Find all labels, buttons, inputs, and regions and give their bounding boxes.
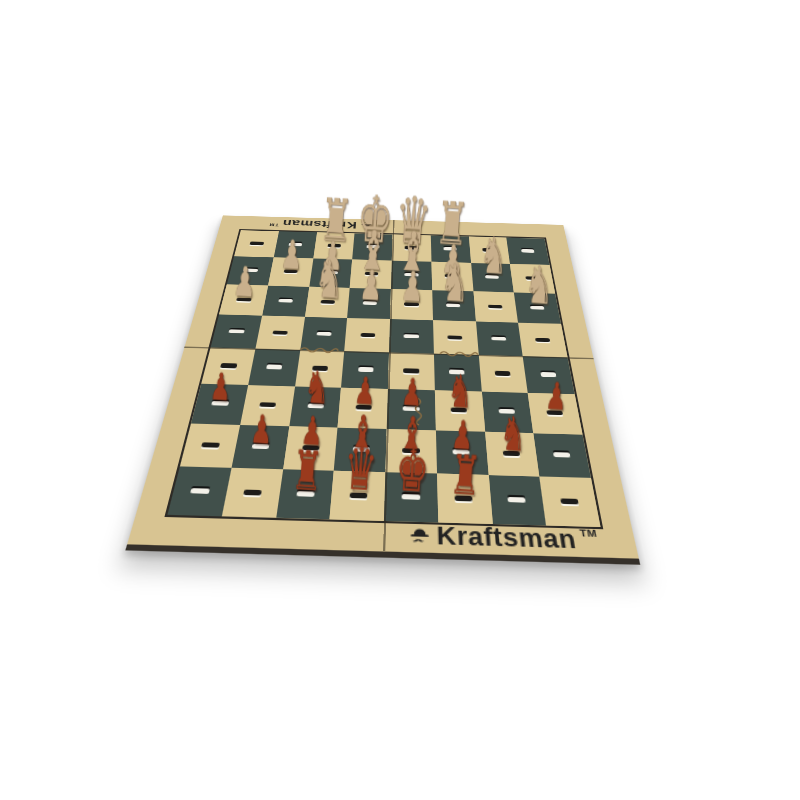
square-g1[interactable]: [488, 475, 546, 525]
square-b1[interactable]: [222, 468, 283, 518]
square-c6[interactable]: ♞: [305, 286, 350, 318]
square-a3[interactable]: ♟: [191, 384, 248, 425]
brand-name-text: Kraftsman: [436, 521, 578, 556]
seam-wire-clip[interactable]: [438, 350, 480, 359]
piece-slot: [250, 242, 264, 245]
square-b5[interactable]: [255, 316, 304, 350]
square-e6[interactable]: ♟: [390, 289, 433, 321]
square-e1[interactable]: ♚: [384, 472, 438, 522]
piece-slot: [448, 335, 463, 339]
piece-wood-pawn[interactable]: ♟: [400, 268, 425, 307]
square-e5[interactable]: [389, 319, 434, 353]
piece-red-knight[interactable]: ♞: [447, 371, 475, 413]
square-a2[interactable]: [180, 423, 240, 468]
trademark-symbol: TM: [579, 528, 599, 540]
piece-slot: [229, 329, 245, 333]
square-h5[interactable]: [518, 323, 567, 358]
piece-red-knight[interactable]: ♞: [499, 412, 528, 456]
square-g5[interactable]: [476, 322, 523, 357]
piece-slot: [316, 332, 331, 336]
piece-slot: [560, 498, 579, 504]
piece-slot: [191, 488, 210, 494]
trademark-symbol: TM: [269, 222, 279, 227]
square-h3[interactable]: ♟: [528, 393, 582, 434]
square-b7[interactable]: ♟: [268, 257, 313, 286]
piece-red-knight[interactable]: ♞: [303, 367, 331, 409]
square-c1[interactable]: ♜: [276, 470, 334, 520]
piece-red-pawn[interactable]: ♟: [544, 380, 567, 415]
piece-slot: [507, 497, 526, 503]
square-g4[interactable]: [478, 355, 528, 393]
square-b4[interactable]: [248, 349, 300, 386]
square-f1[interactable]: ♜: [437, 474, 492, 524]
brand-logo-bottom: KraftsmanTM: [408, 520, 601, 556]
board-grid: ♜♚♛♜♟♟♝♝♟♞♟♞♟♟♞♞♟♞♟♟♞♟♟♟♝♝♟♞♜♛♚♜: [164, 229, 603, 529]
piece-wood-knight[interactable]: ♞: [478, 232, 509, 279]
square-g7[interactable]: ♞: [471, 263, 514, 292]
piece-slot: [360, 333, 375, 337]
piece-slot: [495, 371, 511, 376]
piece-red-queen[interactable]: ♛: [342, 443, 378, 498]
bowler-hat-mustache-icon: [408, 526, 432, 545]
piece-wood-knight[interactable]: ♞: [439, 259, 471, 308]
piece-red-pawn[interactable]: ♟: [209, 371, 232, 406]
piece-red-rook[interactable]: ♜: [290, 446, 323, 497]
chess-board: ♜♚♛♜♟♟♝♝♟♞♟♞♟♟♞♞♟♞♟♟♞♟♟♟♝♝♟♞♜♛♚♜ Kraftsm…: [125, 215, 640, 564]
piece-red-king[interactable]: ♚: [395, 445, 431, 500]
piece-red-rook[interactable]: ♜: [449, 450, 482, 501]
piece-slot: [273, 330, 289, 334]
piece-slot: [404, 334, 419, 338]
piece-slot: [553, 452, 571, 458]
square-b2[interactable]: ♟: [231, 424, 289, 469]
square-h1[interactable]: [540, 477, 601, 527]
piece-wood-knight[interactable]: ♞: [313, 255, 345, 304]
piece-slot: [278, 299, 293, 303]
piece-red-pawn[interactable]: ♟: [250, 412, 274, 449]
piece-slot: [521, 249, 535, 253]
square-h6[interactable]: ♞: [514, 292, 561, 324]
piece-slot: [488, 305, 503, 309]
square-b6[interactable]: [262, 285, 309, 317]
piece-slot: [535, 338, 550, 342]
square-d5[interactable]: [344, 318, 390, 352]
seam-wire-clip[interactable]: [298, 346, 341, 355]
square-f6[interactable]: ♞: [432, 290, 476, 322]
piece-wood-pawn[interactable]: ♟: [280, 236, 304, 273]
square-a5[interactable]: [211, 314, 262, 348]
square-g2[interactable]: ♞: [485, 431, 540, 476]
square-a8[interactable]: [234, 230, 279, 257]
square-d6[interactable]: ♟: [347, 288, 391, 320]
piece-wood-pawn[interactable]: ♟: [358, 267, 383, 306]
piece-slot: [266, 365, 282, 370]
piece-wood-knight[interactable]: ♞: [523, 261, 555, 310]
square-g6[interactable]: [473, 291, 518, 323]
piece-slot: [202, 442, 220, 448]
piece-slot: [491, 336, 506, 340]
square-a1[interactable]: [167, 467, 231, 517]
square-h2[interactable]: [533, 433, 590, 478]
piece-wood-pawn[interactable]: ♟: [232, 263, 257, 302]
piece-slot: [243, 489, 262, 495]
square-d1[interactable]: ♛: [330, 471, 386, 521]
square-a6[interactable]: ♟: [219, 284, 268, 316]
photo-scene: ♜♚♛♜♟♟♝♝♟♞♟♞♟♟♞♞♟♞♟♟♞♟♟♟♝♝♟♞♜♛♚♜ Kraftsm…: [0, 0, 800, 800]
